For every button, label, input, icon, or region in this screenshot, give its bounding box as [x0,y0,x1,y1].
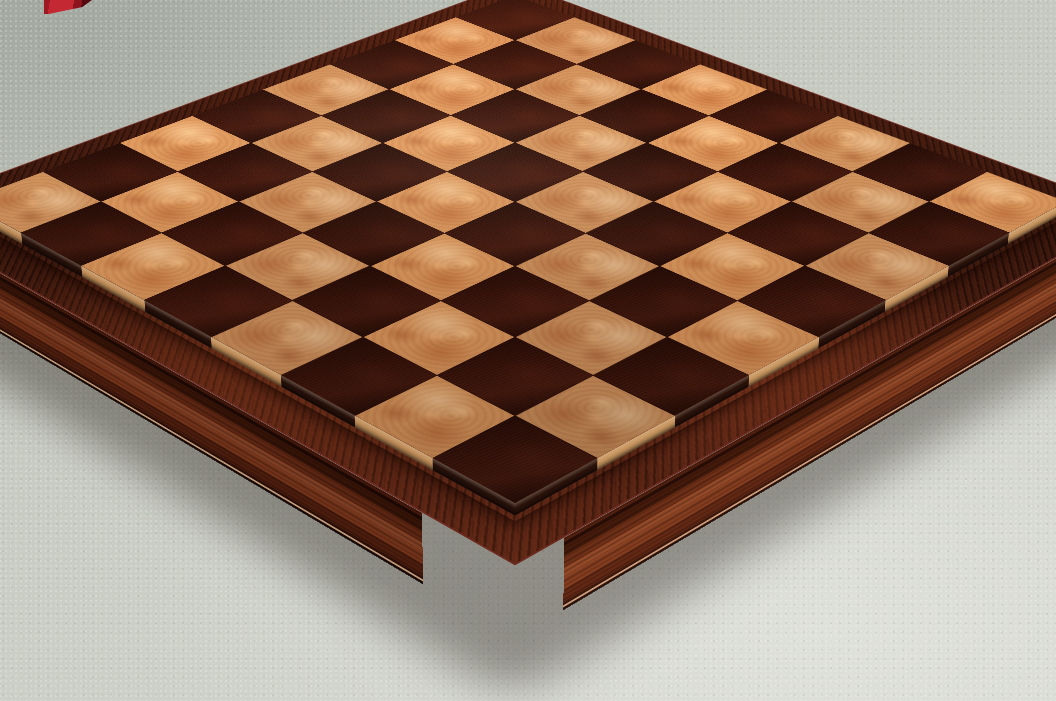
chessboard [0,37,1056,639]
board-perspective-wrap [0,0,1056,701]
photo-scene [0,0,1056,701]
